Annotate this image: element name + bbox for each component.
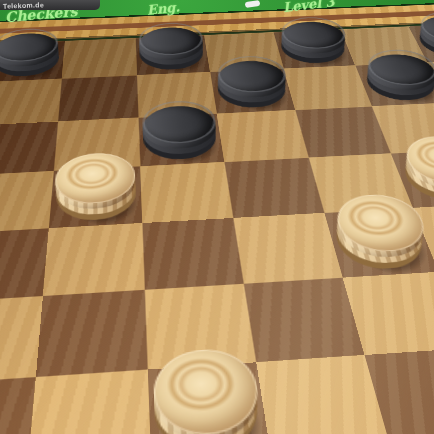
- square-b8[interactable]: [0, 41, 65, 82]
- board-frame: [0, 2, 434, 434]
- light-checker-d2[interactable]: [154, 368, 263, 434]
- board-scene: [0, 0, 434, 434]
- dark-checker-b8[interactable]: [0, 43, 61, 79]
- square-d2[interactable]: [147, 362, 271, 434]
- light-checker-c5[interactable]: [55, 170, 136, 224]
- game-screen: Checkers Eng. Level 3 Telekom.de: [0, 0, 434, 434]
- dark-checker-d8[interactable]: [139, 37, 205, 72]
- status-bar: Telekom.de: [0, 0, 100, 10]
- dark-checker-d6[interactable]: [143, 117, 219, 163]
- carrier-label: Telekom.de: [0, 1, 44, 10]
